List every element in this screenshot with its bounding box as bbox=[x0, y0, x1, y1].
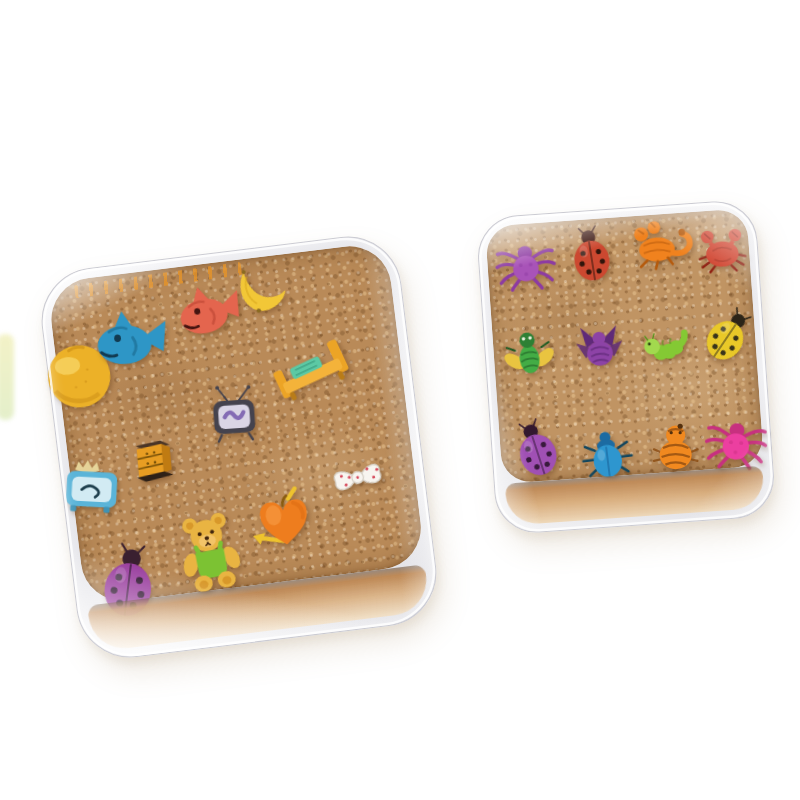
toy-purple-spider bbox=[492, 229, 558, 295]
toy-violet-ladybug bbox=[497, 410, 575, 488]
toy-toy-bed bbox=[256, 318, 368, 430]
toy-purple-winged-beetle bbox=[565, 312, 633, 380]
toy-pink-spider bbox=[702, 405, 770, 473]
toy-orange-tiger-bug bbox=[644, 415, 708, 479]
toy-red-ladybug bbox=[557, 221, 626, 290]
product-photo bbox=[0, 0, 800, 800]
right-bug-box bbox=[475, 199, 777, 536]
toy-toy-tv bbox=[198, 379, 271, 452]
toy-toy-blue-tv bbox=[56, 446, 136, 526]
toy-green-fly bbox=[491, 315, 566, 390]
background-object-sliver bbox=[0, 334, 14, 420]
toy-blue-fish bbox=[87, 295, 175, 383]
left-toy-box bbox=[35, 230, 442, 663]
toy-red-crab bbox=[690, 216, 754, 280]
toy-orange-scorpion bbox=[623, 207, 702, 286]
toy-white-bow bbox=[317, 436, 399, 518]
